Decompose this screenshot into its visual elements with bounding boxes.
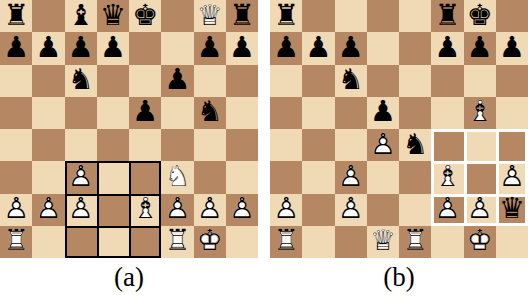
black-piece-glyph: ♜: [431, 0, 463, 31]
white-pawn-piece: ♟♙: [335, 161, 367, 193]
black-piece-glyph: ♟: [335, 31, 367, 63]
white-pawn-piece: ♟♙: [464, 194, 496, 226]
square-a1: ♜♖: [270, 226, 302, 258]
square-e1: [129, 226, 161, 258]
square-e8: ♚: [129, 0, 161, 32]
white-pawn-piece: ♟♙: [496, 161, 528, 193]
black-piece-glyph: ♞: [335, 64, 367, 96]
square-a7: ♟: [0, 32, 32, 64]
white-rook-piece: ♜♖: [0, 226, 32, 258]
square-a8: ♜: [0, 0, 32, 32]
square-a3: [0, 161, 32, 193]
black-knight-piece: ♞: [65, 65, 97, 97]
black-piece-glyph: ♞: [399, 128, 431, 160]
black-rook-piece: ♜: [270, 0, 302, 32]
square-g6: [464, 65, 496, 97]
black-knight-piece: ♞: [194, 97, 226, 129]
black-pawn-piece: ♟: [32, 32, 64, 64]
square-a6: [0, 65, 32, 97]
black-piece-glyph: ♟: [302, 31, 334, 63]
square-a2: ♟♙: [0, 194, 32, 226]
square-e7: [129, 32, 161, 64]
black-piece-glyph: ♚: [464, 0, 496, 31]
square-g6: [194, 65, 226, 97]
square-f8: ♜: [431, 0, 463, 32]
square-a1: ♜♖: [0, 226, 32, 258]
square-e6: [129, 65, 161, 97]
white-pawn-piece: ♟♙: [65, 194, 97, 226]
white-piece-outline: ♙: [226, 193, 258, 225]
white-bishop-piece: ♝♗: [464, 97, 496, 129]
white-piece-outline: ♙: [270, 193, 302, 225]
square-b4: [302, 129, 334, 161]
white-piece-outline: ♙: [496, 160, 528, 192]
black-rook-piece: ♜: [226, 0, 258, 32]
black-piece-glyph: ♟: [97, 31, 129, 63]
square-a2: ♟♙: [270, 194, 302, 226]
square-b1: [302, 226, 334, 258]
square-e7: [399, 32, 431, 64]
black-knight-piece: ♞: [335, 65, 367, 97]
black-pawn-piece: ♟: [464, 32, 496, 64]
square-e5: ♟: [129, 97, 161, 129]
board-b-caption: (b): [270, 258, 528, 296]
square-f4: [431, 129, 463, 161]
square-f5: [431, 97, 463, 129]
black-pawn-piece: ♟: [194, 32, 226, 64]
square-d1: ♛♕: [367, 226, 399, 258]
white-piece-outline: ♙: [335, 193, 367, 225]
white-piece-outline: ♕: [194, 0, 226, 31]
square-e2: ♝♗: [129, 194, 161, 226]
square-c2: ♟♙: [65, 194, 97, 226]
white-piece-outline: ♙: [65, 160, 97, 192]
black-pawn-piece: ♟: [431, 32, 463, 64]
black-piece-glyph: ♜: [0, 0, 32, 31]
square-f1: ♜♖: [161, 226, 193, 258]
square-c4: [65, 129, 97, 161]
square-h6: [496, 65, 528, 97]
square-e4: [129, 129, 161, 161]
square-a4: [270, 129, 302, 161]
white-piece-outline: ♘: [161, 160, 193, 192]
square-b7: ♟: [302, 32, 334, 64]
square-b8: [302, 0, 334, 32]
white-pawn-piece: ♟♙: [65, 161, 97, 193]
white-piece-outline: ♙: [161, 193, 193, 225]
square-g1: ♚♔: [194, 226, 226, 258]
square-d6: [97, 65, 129, 97]
square-c1: [65, 226, 97, 258]
square-a4: [0, 129, 32, 161]
chess-figure: ♜♝♛♚♛♕♜♟♟♟♟♟♟♞♟♟♞♟♙♞♘♟♙♟♙♟♙♝♗♟♙♟♙♟♙♜♖♜♖♚…: [0, 0, 528, 296]
black-pawn-piece: ♟: [226, 32, 258, 64]
black-pawn-piece: ♟: [0, 32, 32, 64]
square-c6: ♞: [65, 65, 97, 97]
white-piece-outline: ♔: [194, 225, 226, 257]
square-a5: [270, 97, 302, 129]
black-piece-glyph: ♜: [270, 0, 302, 31]
square-f7: ♟: [431, 32, 463, 64]
white-bishop-piece: ♝♗: [129, 194, 161, 226]
square-b1: [32, 226, 64, 258]
square-e2: [399, 194, 431, 226]
square-d4: ♟♙: [367, 129, 399, 161]
square-b3: [302, 161, 334, 193]
square-h2: ♟♙: [226, 194, 258, 226]
white-king-piece: ♚♔: [194, 226, 226, 258]
square-b6: [302, 65, 334, 97]
white-piece-outline: ♙: [65, 193, 97, 225]
square-g5: ♝♗: [464, 97, 496, 129]
black-queen-piece: ♛: [97, 0, 129, 32]
white-piece-outline: ♗: [129, 193, 161, 225]
square-c3: ♟♙: [335, 161, 367, 193]
square-a5: [0, 97, 32, 129]
white-bishop-piece: ♝♗: [431, 161, 463, 193]
square-g3: [194, 161, 226, 193]
black-piece-glyph: ♞: [65, 64, 97, 96]
white-pawn-piece: ♟♙: [194, 194, 226, 226]
square-b6: [32, 65, 64, 97]
board-a-caption: (a): [0, 258, 258, 296]
black-piece-glyph: ♟: [161, 64, 193, 96]
square-b5: [32, 97, 64, 129]
black-piece-glyph: ♝: [65, 0, 97, 31]
white-piece-outline: ♙: [194, 193, 226, 225]
black-pawn-piece: ♟: [161, 65, 193, 97]
white-piece-outline: ♔: [464, 225, 496, 257]
square-h7: ♟: [226, 32, 258, 64]
square-f8: [161, 0, 193, 32]
square-c6: ♞: [335, 65, 367, 97]
black-piece-glyph: ♞: [194, 96, 226, 128]
black-bishop-piece: ♝: [65, 0, 97, 32]
black-queen-piece: ♛: [496, 194, 528, 226]
black-piece-glyph: ♟: [0, 31, 32, 63]
square-h6: [226, 65, 258, 97]
square-d5: [97, 97, 129, 129]
black-pawn-piece: ♟: [302, 32, 334, 64]
panel-b: ♜♜♚♟♟♟♟♟♟♞♟♝♗♟♙♞♟♙♝♗♟♙♟♙♟♙♟♙♟♙♛♜♖♛♕♜♖♚♔ …: [270, 0, 528, 296]
square-f7: [161, 32, 193, 64]
square-g1: ♚♔: [464, 226, 496, 258]
chess-board-b: ♜♜♚♟♟♟♟♟♟♞♟♝♗♟♙♞♟♙♝♗♟♙♟♙♟♙♟♙♟♙♛♜♖♛♕♜♖♚♔: [270, 0, 528, 258]
square-c2: ♟♙: [335, 194, 367, 226]
black-king-piece: ♚: [129, 0, 161, 32]
square-f6: ♟: [161, 65, 193, 97]
white-piece-outline: ♖: [0, 225, 32, 257]
square-e3: [129, 161, 161, 193]
white-queen-piece: ♛♕: [194, 0, 226, 32]
square-c7: ♟: [65, 32, 97, 64]
square-f5: [161, 97, 193, 129]
black-piece-glyph: ♚: [129, 0, 161, 31]
white-rook-piece: ♜♖: [161, 226, 193, 258]
black-pawn-piece: ♟: [367, 97, 399, 129]
square-e6: [399, 65, 431, 97]
square-d7: ♟: [97, 32, 129, 64]
white-piece-outline: ♙: [0, 193, 32, 225]
white-rook-piece: ♜♖: [270, 226, 302, 258]
black-rook-piece: ♜: [0, 0, 32, 32]
square-e8: [399, 0, 431, 32]
black-piece-glyph: ♟: [32, 31, 64, 63]
square-h1: [496, 226, 528, 258]
panel-a: ♜♝♛♚♛♕♜♟♟♟♟♟♟♞♟♟♞♟♙♞♘♟♙♟♙♟♙♝♗♟♙♟♙♟♙♜♖♜♖♚…: [0, 0, 258, 296]
black-piece-glyph: ♟: [464, 31, 496, 63]
square-d5: ♟: [367, 97, 399, 129]
black-pawn-piece: ♟: [496, 32, 528, 64]
square-f1: [431, 226, 463, 258]
square-g2: ♟♙: [464, 194, 496, 226]
white-piece-outline: ♖: [399, 225, 431, 257]
white-piece-outline: ♙: [32, 193, 64, 225]
square-a8: ♜: [270, 0, 302, 32]
white-pawn-piece: ♟♙: [367, 129, 399, 161]
white-pawn-piece: ♟♙: [161, 194, 193, 226]
black-rook-piece: ♜: [431, 0, 463, 32]
square-c5: [65, 97, 97, 129]
square-b2: ♟♙: [32, 194, 64, 226]
black-piece-glyph: ♜: [226, 0, 258, 31]
black-piece-glyph: ♟: [226, 31, 258, 63]
white-piece-outline: ♙: [367, 128, 399, 160]
square-h7: ♟: [496, 32, 528, 64]
square-g8: ♚: [464, 0, 496, 32]
square-c3: ♟♙: [65, 161, 97, 193]
square-e1: ♜♖: [399, 226, 431, 258]
square-f3: ♝♗: [431, 161, 463, 193]
square-b7: ♟: [32, 32, 64, 64]
white-queen-piece: ♛♕: [367, 226, 399, 258]
square-g4: [464, 129, 496, 161]
square-g3: [464, 161, 496, 193]
square-c8: [335, 0, 367, 32]
white-piece-outline: ♙: [431, 193, 463, 225]
black-piece-glyph: ♛: [496, 193, 528, 225]
square-b4: [32, 129, 64, 161]
square-h5: [226, 97, 258, 129]
square-g8: ♛♕: [194, 0, 226, 32]
square-e3: [399, 161, 431, 193]
square-f2: ♟♙: [161, 194, 193, 226]
black-pawn-piece: ♟: [335, 32, 367, 64]
square-b3: [32, 161, 64, 193]
square-h3: [226, 161, 258, 193]
square-b5: [302, 97, 334, 129]
white-pawn-piece: ♟♙: [0, 194, 32, 226]
square-g7: ♟: [194, 32, 226, 64]
square-c4: [335, 129, 367, 161]
black-pawn-piece: ♟: [129, 97, 161, 129]
white-piece-outline: ♖: [161, 225, 193, 257]
white-piece-outline: ♖: [270, 225, 302, 257]
square-e5: [399, 97, 431, 129]
square-d3: [367, 161, 399, 193]
square-d2: [367, 194, 399, 226]
square-c1: [335, 226, 367, 258]
square-a3: [270, 161, 302, 193]
square-h3: ♟♙: [496, 161, 528, 193]
black-piece-glyph: ♟: [194, 31, 226, 63]
black-pawn-piece: ♟: [270, 32, 302, 64]
square-d3: [97, 161, 129, 193]
square-h4: [226, 129, 258, 161]
square-g7: ♟: [464, 32, 496, 64]
black-piece-glyph: ♟: [496, 31, 528, 63]
black-piece-glyph: ♟: [270, 31, 302, 63]
black-piece-glyph: ♟: [431, 31, 463, 63]
black-knight-piece: ♞: [399, 129, 431, 161]
square-d8: [367, 0, 399, 32]
square-f3: ♞♘: [161, 161, 193, 193]
white-knight-piece: ♞♘: [161, 161, 193, 193]
black-piece-glyph: ♟: [129, 96, 161, 128]
square-b2: [302, 194, 334, 226]
white-pawn-piece: ♟♙: [335, 194, 367, 226]
square-g2: ♟♙: [194, 194, 226, 226]
square-b8: [32, 0, 64, 32]
square-d7: [367, 32, 399, 64]
square-h4: [496, 129, 528, 161]
square-f6: [431, 65, 463, 97]
square-h2: ♛: [496, 194, 528, 226]
white-piece-outline: ♙: [335, 160, 367, 192]
white-pawn-piece: ♟♙: [226, 194, 258, 226]
white-piece-outline: ♕: [367, 225, 399, 257]
square-f2: ♟♙: [431, 194, 463, 226]
black-piece-glyph: ♟: [65, 31, 97, 63]
white-pawn-piece: ♟♙: [270, 194, 302, 226]
square-d4: [97, 129, 129, 161]
square-f4: [161, 129, 193, 161]
black-pawn-piece: ♟: [65, 32, 97, 64]
square-g5: ♞: [194, 97, 226, 129]
white-piece-outline: ♙: [464, 193, 496, 225]
square-d8: ♛: [97, 0, 129, 32]
white-king-piece: ♚♔: [464, 226, 496, 258]
white-pawn-piece: ♟♙: [32, 194, 64, 226]
square-c8: ♝: [65, 0, 97, 32]
black-piece-glyph: ♟: [367, 96, 399, 128]
square-d1: [97, 226, 129, 258]
square-h5: [496, 97, 528, 129]
square-a6: [270, 65, 302, 97]
white-piece-outline: ♗: [431, 160, 463, 192]
square-c5: [335, 97, 367, 129]
square-c7: ♟: [335, 32, 367, 64]
chess-board-a: ♜♝♛♚♛♕♜♟♟♟♟♟♟♞♟♟♞♟♙♞♘♟♙♟♙♟♙♝♗♟♙♟♙♟♙♜♖♜♖♚…: [0, 0, 258, 258]
white-pawn-piece: ♟♙: [431, 194, 463, 226]
square-h1: [226, 226, 258, 258]
square-e4: ♞: [399, 129, 431, 161]
square-d2: [97, 194, 129, 226]
square-h8: [496, 0, 528, 32]
black-piece-glyph: ♛: [97, 0, 129, 31]
square-d6: [367, 65, 399, 97]
white-piece-outline: ♗: [464, 96, 496, 128]
black-pawn-piece: ♟: [97, 32, 129, 64]
white-rook-piece: ♜♖: [399, 226, 431, 258]
square-g4: [194, 129, 226, 161]
square-h8: ♜: [226, 0, 258, 32]
square-a7: ♟: [270, 32, 302, 64]
black-king-piece: ♚: [464, 0, 496, 32]
